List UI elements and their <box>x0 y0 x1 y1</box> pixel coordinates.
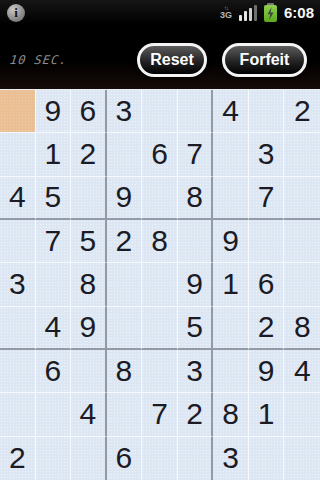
sudoku-cell-r8c7[interactable]: 8 <box>213 393 249 436</box>
sudoku-cell-r2c8[interactable]: 3 <box>249 133 285 176</box>
sudoku-cell-r3c8[interactable]: 7 <box>249 177 285 220</box>
network-label: 3G <box>220 11 232 20</box>
sudoku-cell-r4c4[interactable]: 2 <box>107 220 143 263</box>
status-bar: i ↑↓ 3G 6:08 <box>0 0 320 25</box>
sudoku-cell-r6c9[interactable]: 8 <box>284 307 320 350</box>
sudoku-cell-r9c2[interactable] <box>36 437 72 480</box>
sudoku-cell-r7c9[interactable]: 4 <box>284 350 320 393</box>
sudoku-cell-r2c9[interactable] <box>284 133 320 176</box>
info-icon: i <box>7 4 25 22</box>
sudoku-cell-r3c3[interactable] <box>71 177 107 220</box>
sudoku-cell-r9c4[interactable]: 6 <box>107 437 143 480</box>
sudoku-cell-r1c6[interactable] <box>178 90 214 133</box>
sudoku-cell-r8c4[interactable] <box>107 393 143 436</box>
sudoku-cell-r5c6[interactable]: 9 <box>178 263 214 306</box>
status-bar-clock: 6:08 <box>284 4 314 21</box>
sudoku-cell-r5c8[interactable]: 6 <box>249 263 285 306</box>
sudoku-cell-r5c9[interactable] <box>284 263 320 306</box>
sudoku-cell-r7c3[interactable] <box>71 350 107 393</box>
sudoku-cell-r6c8[interactable]: 2 <box>249 307 285 350</box>
lightning-bolt-icon <box>266 7 275 20</box>
sudoku-cell-r3c1[interactable]: 4 <box>0 177 36 220</box>
sudoku-cell-r3c7[interactable] <box>213 177 249 220</box>
sudoku-cell-r8c1[interactable] <box>0 393 36 436</box>
sudoku-cell-r4c7[interactable]: 9 <box>213 220 249 263</box>
sudoku-cell-r8c6[interactable]: 2 <box>178 393 214 436</box>
sudoku-cell-r6c7[interactable] <box>213 307 249 350</box>
sudoku-cell-r9c5[interactable] <box>142 437 178 480</box>
sudoku-cell-r1c8[interactable] <box>249 90 285 133</box>
sudoku-cell-r1c7[interactable]: 4 <box>213 90 249 133</box>
sudoku-cell-r4c8[interactable] <box>249 220 285 263</box>
battery-charging-icon <box>264 5 277 22</box>
sudoku-cell-r5c3[interactable]: 8 <box>71 263 107 306</box>
network-3g-icon: ↑↓ 3G <box>220 5 232 20</box>
sudoku-cell-r4c9[interactable] <box>284 220 320 263</box>
sudoku-cell-r9c9[interactable] <box>284 437 320 480</box>
sudoku-cell-r9c8[interactable] <box>249 437 285 480</box>
sudoku-grid: 9634212673459877528938916495286839447281… <box>0 89 320 480</box>
sudoku-cell-r8c2[interactable] <box>36 393 72 436</box>
sudoku-cell-r6c5[interactable] <box>142 307 178 350</box>
sudoku-cell-r8c5[interactable]: 7 <box>142 393 178 436</box>
sudoku-cell-r9c7[interactable]: 3 <box>213 437 249 480</box>
sudoku-cell-r7c8[interactable]: 9 <box>249 350 285 393</box>
sudoku-cell-r3c2[interactable]: 5 <box>36 177 72 220</box>
sudoku-cell-r5c7[interactable]: 1 <box>213 263 249 306</box>
sudoku-cell-r7c5[interactable] <box>142 350 178 393</box>
sudoku-cell-r3c6[interactable]: 8 <box>178 177 214 220</box>
sudoku-cell-r5c2[interactable] <box>36 263 72 306</box>
sudoku-cell-r3c9[interactable] <box>284 177 320 220</box>
sudoku-cell-r3c5[interactable] <box>142 177 178 220</box>
status-bar-right: ↑↓ 3G 6:08 <box>220 3 320 22</box>
sudoku-cell-r9c1[interactable]: 2 <box>0 437 36 480</box>
sudoku-cell-r2c7[interactable] <box>213 133 249 176</box>
sudoku-cell-r6c3[interactable]: 9 <box>71 307 107 350</box>
sudoku-cell-r7c7[interactable] <box>213 350 249 393</box>
sudoku-cell-r9c3[interactable] <box>71 437 107 480</box>
sudoku-cell-r1c3[interactable]: 6 <box>71 90 107 133</box>
elapsed-timer: 10 SEC. <box>9 53 69 67</box>
sudoku-cell-r6c1[interactable] <box>0 307 36 350</box>
sudoku-cell-r2c6[interactable]: 7 <box>178 133 214 176</box>
app-screen: i ↑↓ 3G 6:08 10 SEC. Reset Forfeit 96342… <box>0 0 320 480</box>
sudoku-cell-r2c2[interactable]: 1 <box>36 133 72 176</box>
sudoku-cell-r9c6[interactable] <box>178 437 214 480</box>
sudoku-cell-r7c2[interactable]: 6 <box>36 350 72 393</box>
game-header: 10 SEC. Reset Forfeit <box>0 25 320 89</box>
sudoku-cell-r6c6[interactable]: 5 <box>178 307 214 350</box>
sudoku-cell-r7c6[interactable]: 3 <box>178 350 214 393</box>
sudoku-cell-r1c5[interactable] <box>142 90 178 133</box>
sudoku-cell-r1c4[interactable]: 3 <box>107 90 143 133</box>
sudoku-cell-r6c4[interactable] <box>107 307 143 350</box>
sudoku-cell-r4c1[interactable] <box>0 220 36 263</box>
sudoku-cell-r1c2[interactable]: 9 <box>36 90 72 133</box>
sudoku-cell-r2c3[interactable]: 2 <box>71 133 107 176</box>
sudoku-cell-r5c1[interactable]: 3 <box>0 263 36 306</box>
forfeit-button[interactable]: Forfeit <box>222 43 307 77</box>
sudoku-cell-r7c1[interactable] <box>0 350 36 393</box>
sudoku-cell-r4c6[interactable] <box>178 220 214 263</box>
sudoku-cell-r4c3[interactable]: 5 <box>71 220 107 263</box>
sudoku-cell-r8c9[interactable] <box>284 393 320 436</box>
sudoku-cell-r1c1[interactable] <box>0 90 36 133</box>
sudoku-cell-r4c2[interactable]: 7 <box>36 220 72 263</box>
reset-button[interactable]: Reset <box>137 43 207 77</box>
sudoku-cell-r7c4[interactable]: 8 <box>107 350 143 393</box>
sudoku-cell-r6c2[interactable]: 4 <box>36 307 72 350</box>
sudoku-cell-r8c3[interactable]: 4 <box>71 393 107 436</box>
sudoku-cell-r5c5[interactable] <box>142 263 178 306</box>
sudoku-cell-r4c5[interactable]: 8 <box>142 220 178 263</box>
sudoku-cell-r1c9[interactable]: 2 <box>284 90 320 133</box>
sudoku-cell-r3c4[interactable]: 9 <box>107 177 143 220</box>
sudoku-cell-r5c4[interactable] <box>107 263 143 306</box>
signal-strength-icon <box>239 4 257 21</box>
sudoku-cell-r2c1[interactable] <box>0 133 36 176</box>
sudoku-cell-r2c4[interactable] <box>107 133 143 176</box>
sudoku-cell-r2c5[interactable]: 6 <box>142 133 178 176</box>
sudoku-cell-r8c8[interactable]: 1 <box>249 393 285 436</box>
